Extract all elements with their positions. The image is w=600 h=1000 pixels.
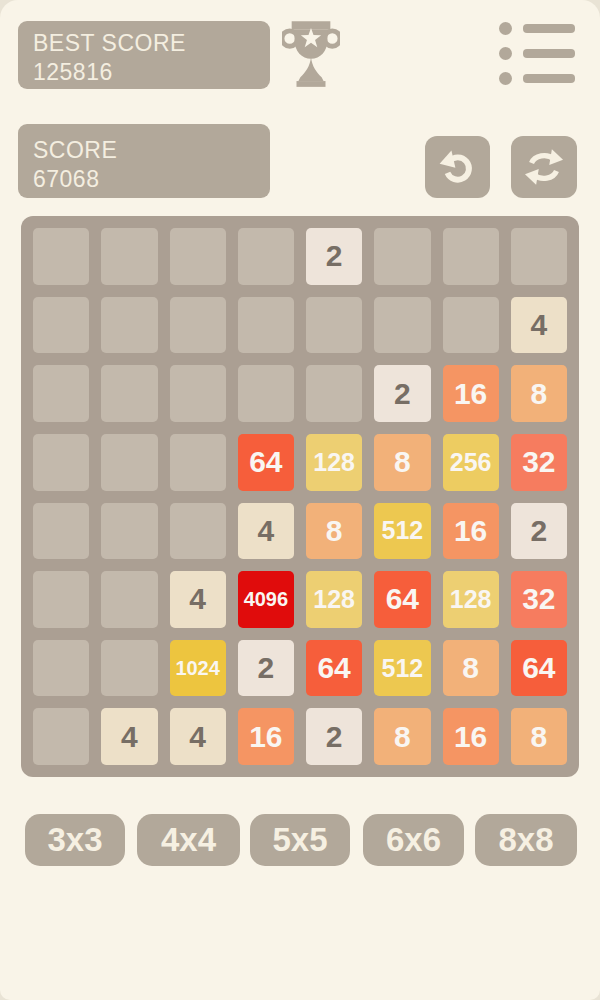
best-score-value: 125816 [33, 58, 270, 87]
empty-cell [33, 708, 89, 765]
restart-icon [523, 146, 565, 188]
score-box: SCORE 67068 [18, 124, 270, 198]
score-value: 67068 [33, 165, 270, 194]
tile-8: 8 [374, 708, 430, 765]
tile-64: 64 [374, 571, 430, 628]
empty-cell [33, 640, 89, 697]
best-score-label: BEST SCORE [33, 29, 270, 58]
empty-cell [101, 640, 157, 697]
menu-row [499, 22, 577, 35]
tile-16: 16 [443, 503, 499, 560]
tile-128: 128 [306, 434, 362, 491]
undo-button[interactable] [425, 136, 490, 198]
tile-64: 64 [511, 640, 567, 697]
tile-32: 32 [511, 571, 567, 628]
empty-cell [170, 434, 226, 491]
bullet-icon [499, 22, 512, 35]
tile-2: 2 [306, 708, 362, 765]
tile-2: 2 [511, 503, 567, 560]
empty-cell [306, 365, 362, 422]
game-board[interactable]: 2421686412882563248512162440961286412832… [21, 216, 579, 777]
tile-512: 512 [374, 503, 430, 560]
empty-cell [306, 297, 362, 354]
app-screen: BEST SCORE 125816 SCORE [0, 0, 600, 1000]
empty-cell [170, 228, 226, 285]
tile-8: 8 [306, 503, 362, 560]
tile-32: 32 [511, 434, 567, 491]
tile-128: 128 [306, 571, 362, 628]
tile-64: 64 [306, 640, 362, 697]
empty-cell [101, 365, 157, 422]
empty-cell [101, 571, 157, 628]
empty-cell [33, 503, 89, 560]
size-button-6x6[interactable]: 6x6 [363, 814, 464, 866]
menu-row [499, 47, 577, 60]
undo-icon [437, 146, 479, 188]
tile-64: 64 [238, 434, 294, 491]
empty-cell [170, 503, 226, 560]
size-button-4x4[interactable]: 4x4 [137, 814, 240, 866]
best-score-box: BEST SCORE 125816 [18, 21, 270, 89]
empty-cell [374, 228, 430, 285]
tile-4: 4 [170, 708, 226, 765]
tile-8: 8 [511, 365, 567, 422]
empty-cell [443, 297, 499, 354]
tile-8: 8 [443, 640, 499, 697]
menu-bar [523, 49, 575, 58]
tile-4: 4 [511, 297, 567, 354]
tile-128: 128 [443, 571, 499, 628]
empty-cell [101, 297, 157, 354]
menu-bar [523, 24, 575, 33]
empty-cell [170, 297, 226, 354]
empty-cell [33, 571, 89, 628]
tile-512: 512 [374, 640, 430, 697]
menu-bar [523, 74, 575, 83]
empty-cell [511, 228, 567, 285]
empty-cell [101, 434, 157, 491]
menu-list-icon[interactable] [499, 22, 577, 85]
empty-cell [33, 297, 89, 354]
empty-cell [238, 228, 294, 285]
score-label: SCORE [33, 136, 270, 165]
empty-cell [101, 503, 157, 560]
restart-button[interactable] [511, 136, 577, 198]
empty-cell [33, 434, 89, 491]
bullet-icon [499, 72, 512, 85]
empty-cell [170, 365, 226, 422]
tile-16: 16 [443, 365, 499, 422]
tile-16: 16 [238, 708, 294, 765]
tile-16: 16 [443, 708, 499, 765]
empty-cell [238, 297, 294, 354]
empty-cell [33, 228, 89, 285]
menu-row [499, 72, 577, 85]
tile-4096: 4096 [238, 571, 294, 628]
tile-4: 4 [170, 571, 226, 628]
bullet-icon [499, 47, 512, 60]
size-button-5x5[interactable]: 5x5 [250, 814, 350, 866]
tile-256: 256 [443, 434, 499, 491]
tile-2: 2 [374, 365, 430, 422]
empty-cell [33, 365, 89, 422]
tile-1024: 1024 [170, 640, 226, 697]
tile-2: 2 [238, 640, 294, 697]
tile-2: 2 [306, 228, 362, 285]
tile-4: 4 [101, 708, 157, 765]
empty-cell [443, 228, 499, 285]
trophy-icon [282, 16, 340, 92]
tile-4: 4 [238, 503, 294, 560]
empty-cell [101, 228, 157, 285]
empty-cell [374, 297, 430, 354]
tile-8: 8 [511, 708, 567, 765]
tile-8: 8 [374, 434, 430, 491]
size-button-8x8[interactable]: 8x8 [475, 814, 577, 866]
size-button-3x3[interactable]: 3x3 [25, 814, 125, 866]
empty-cell [238, 365, 294, 422]
